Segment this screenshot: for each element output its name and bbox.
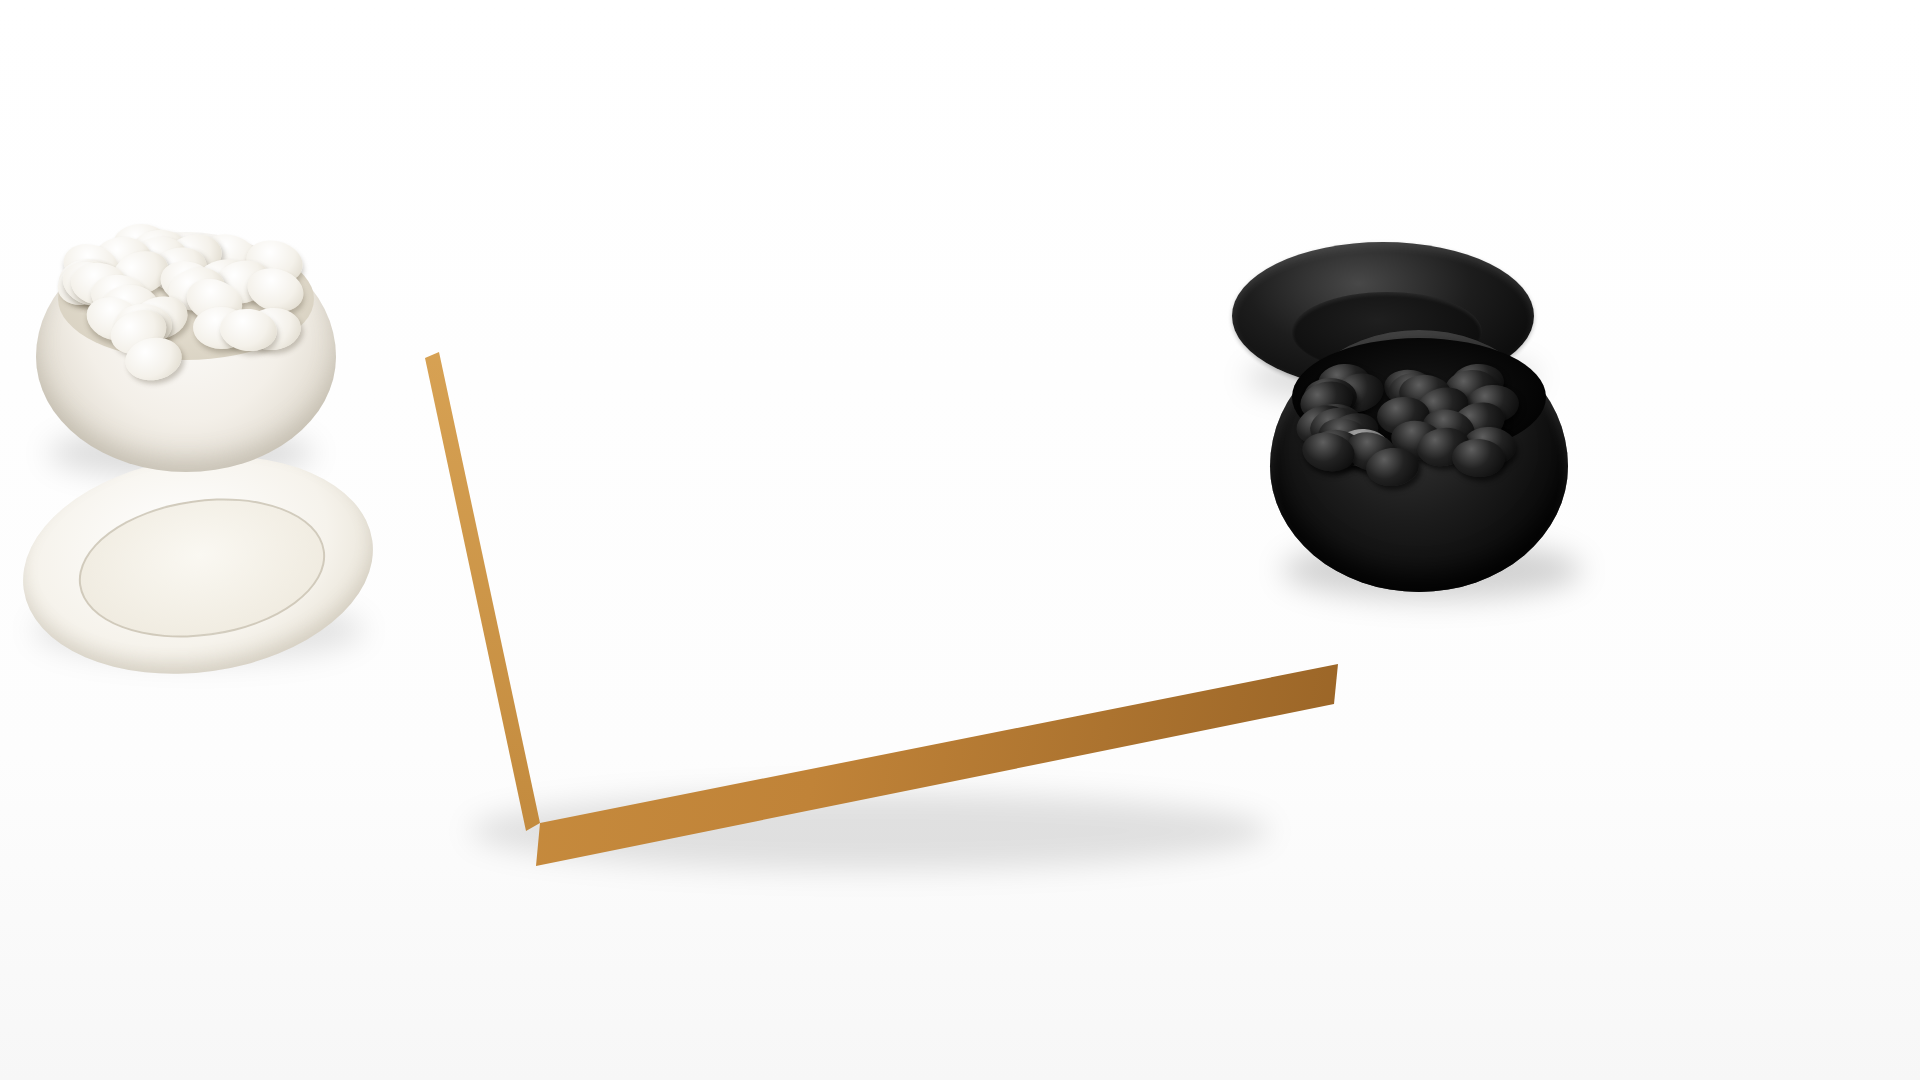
black-stone [961, 341, 1028, 381]
white-stone [884, 524, 954, 568]
white-stone [1037, 605, 1107, 650]
board-points-layer [436, 245, 1228, 353]
black-stone [571, 650, 645, 698]
star-point [689, 436, 702, 444]
white-stone [595, 428, 666, 471]
star-point [1057, 380, 1069, 387]
white-stone [579, 686, 654, 735]
black-stone [740, 476, 811, 520]
black-stone [632, 602, 705, 649]
black-stone [574, 329, 644, 370]
wood-grain [436, 245, 1371, 830]
black-stone [707, 626, 780, 673]
white-stone [588, 395, 659, 437]
white-stone [647, 674, 721, 723]
star-point [1116, 578, 1129, 586]
black-stone [716, 376, 785, 417]
go-board [436, 245, 1371, 830]
white-stone [581, 362, 651, 404]
white-stone [602, 462, 674, 506]
star-point [736, 645, 749, 654]
white-stone [902, 592, 973, 638]
black-stone [1148, 550, 1217, 594]
star-point [903, 507, 916, 515]
white-stone [715, 662, 789, 710]
black-stone [645, 353, 715, 394]
go-set-photo [0, 0, 1920, 1080]
black-stone [1078, 527, 1147, 570]
black-stone [1088, 356, 1154, 396]
